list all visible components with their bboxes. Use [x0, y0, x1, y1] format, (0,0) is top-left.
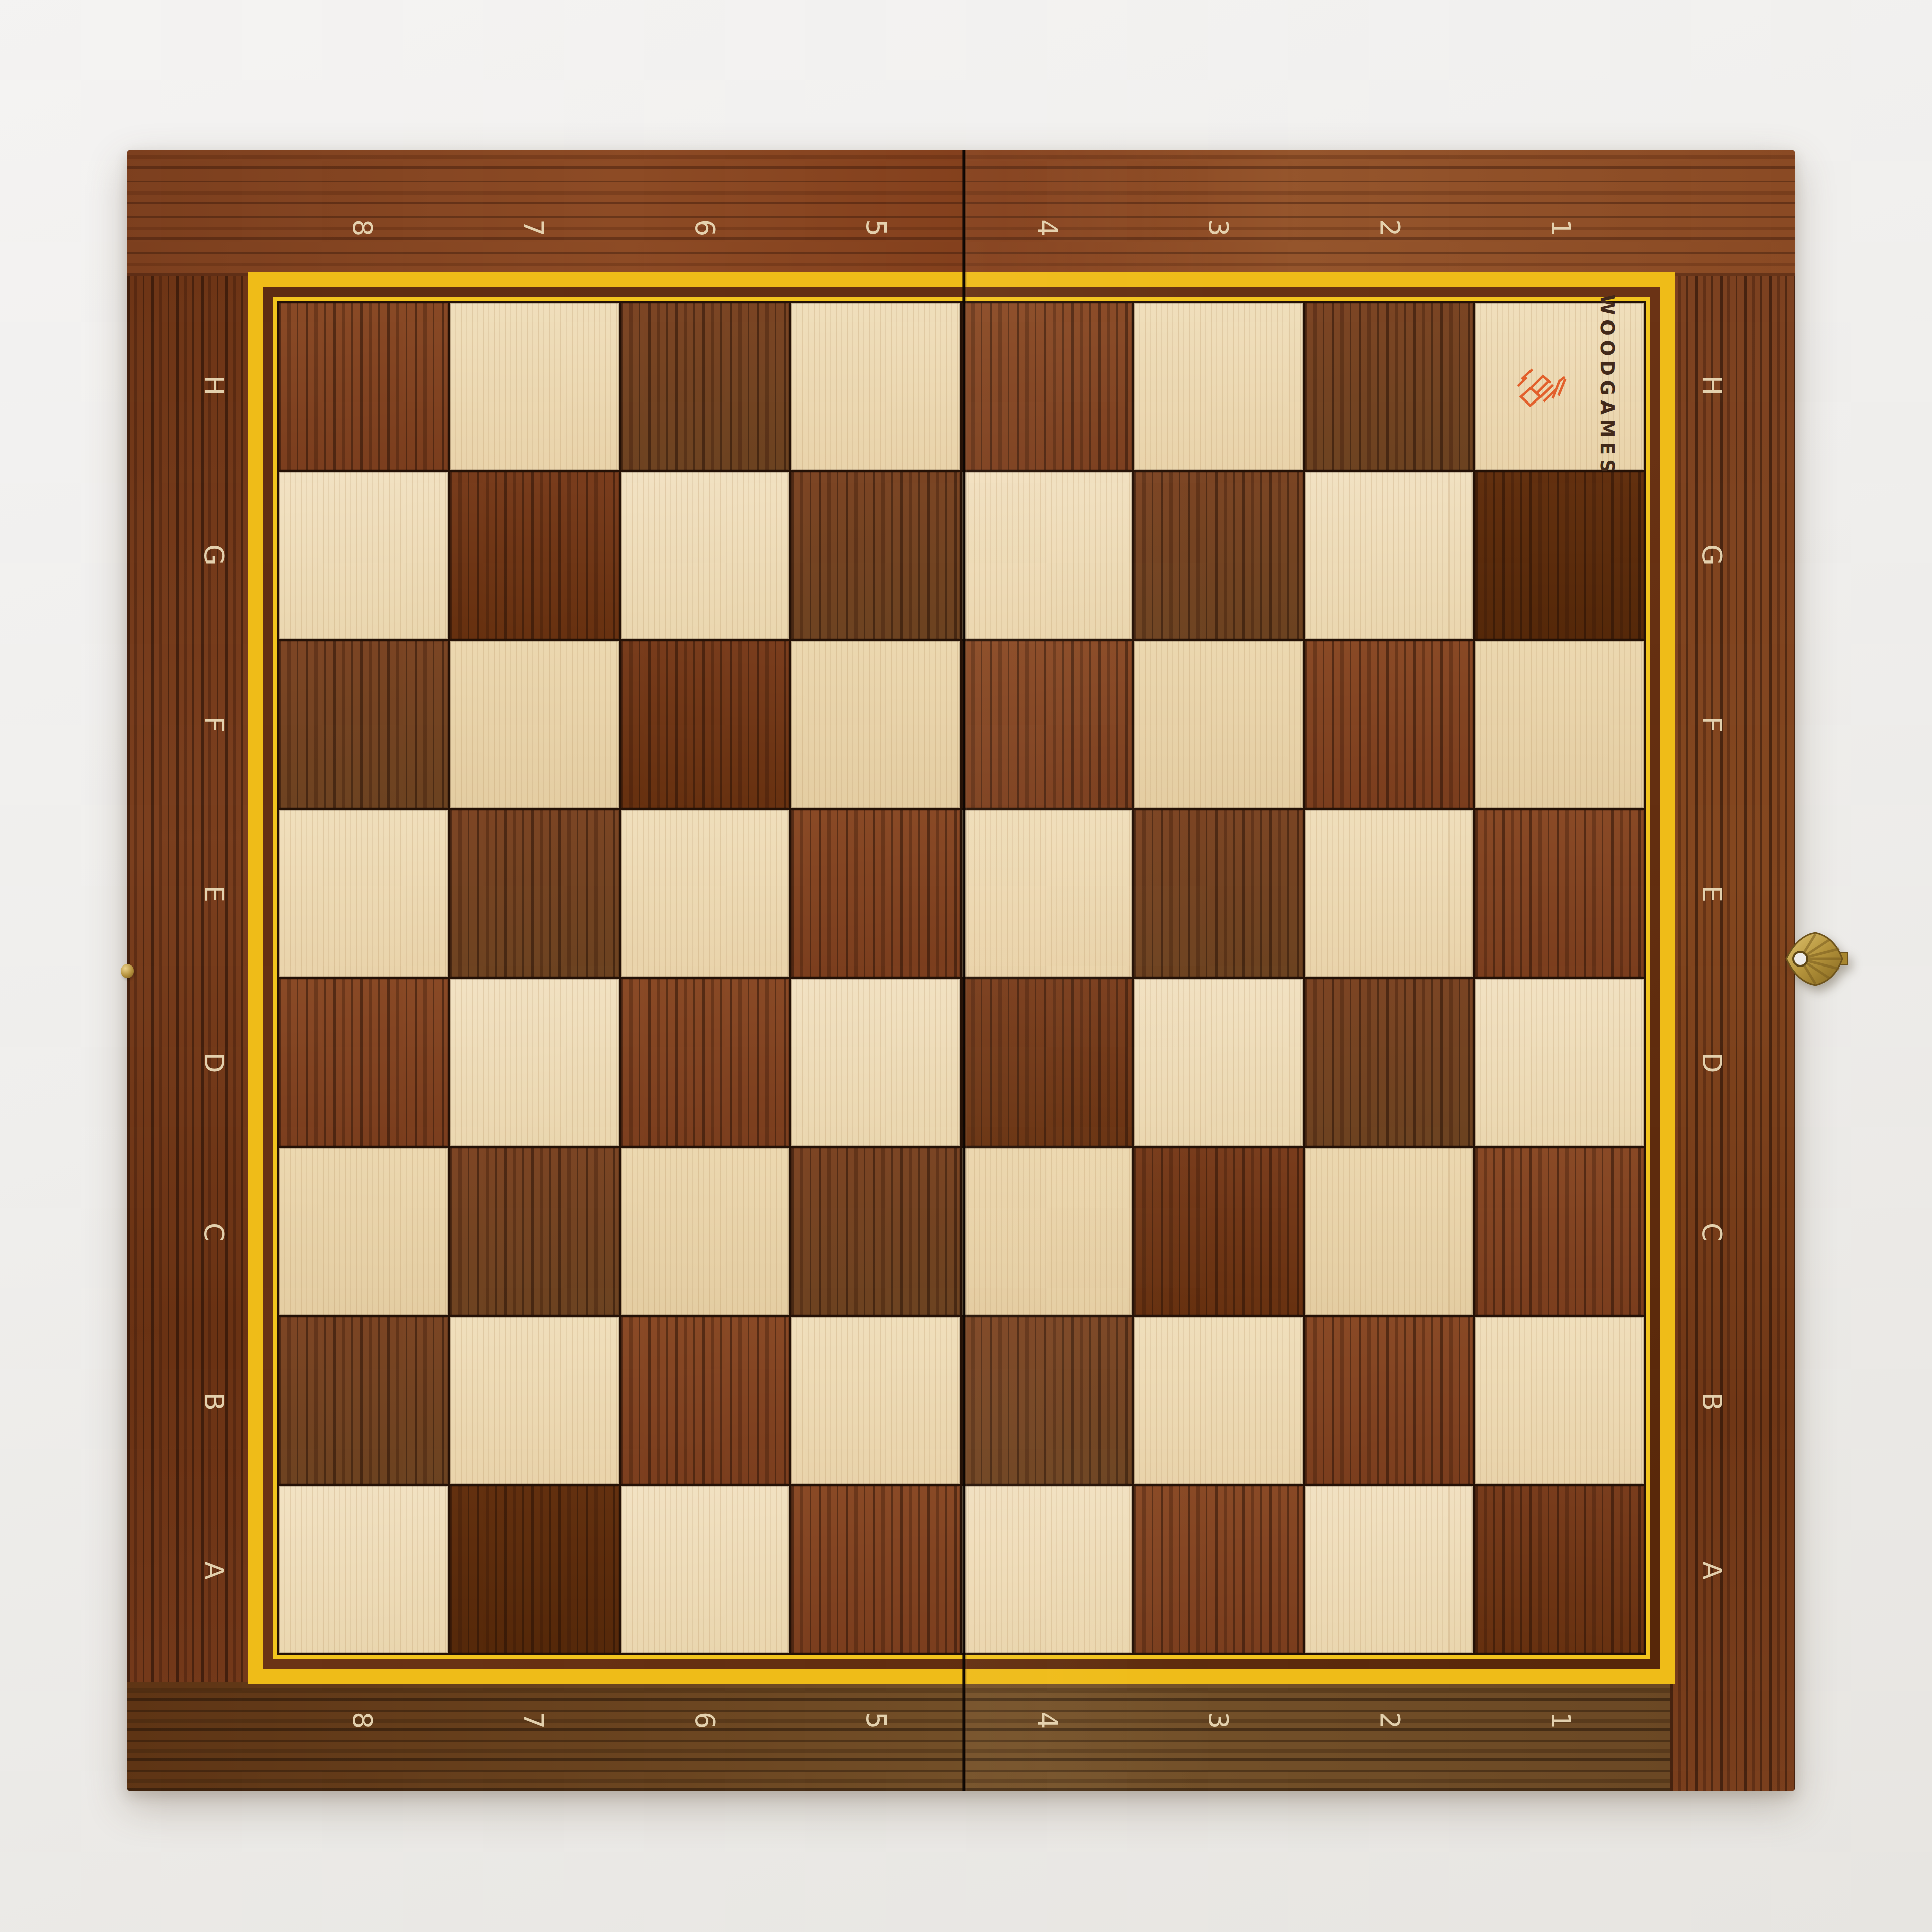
square-b3: [1134, 1317, 1303, 1484]
square-g2: [1305, 472, 1474, 639]
rank-label: 6: [691, 1712, 718, 1729]
rank-label-cell: 1: [1475, 200, 1646, 256]
file-label-cell: A: [186, 1486, 242, 1656]
square-f5: [791, 641, 960, 808]
file-label: H: [200, 375, 227, 396]
file-label: F: [1698, 716, 1725, 732]
rank-label-cell: 2: [1304, 200, 1475, 256]
square-f8: [279, 641, 448, 808]
square-c7: [450, 1148, 619, 1315]
rank-label-cell: 7: [448, 1693, 619, 1748]
square-f4: [962, 641, 1132, 808]
square-a3: [1134, 1486, 1303, 1653]
rank-label: 3: [1204, 219, 1232, 236]
file-label-cell: G: [186, 470, 242, 640]
square-b2: [1305, 1317, 1474, 1484]
file-label: D: [1698, 1052, 1725, 1073]
file-label-cell: D: [1681, 978, 1742, 1148]
file-label-cell: E: [186, 809, 242, 979]
file-label-cell: G: [1681, 470, 1742, 640]
square-h7: [450, 303, 619, 470]
brand-name: WOODGAMES: [1596, 294, 1618, 477]
rank-label: 3: [1204, 1712, 1232, 1729]
square-e3: [1134, 810, 1303, 977]
rank-label-cell: 7: [448, 200, 619, 256]
square-b4: [962, 1317, 1132, 1484]
square-a5: [791, 1486, 960, 1653]
square-d7: [450, 979, 619, 1146]
square-e4: [962, 810, 1132, 977]
square-h2: [1305, 303, 1474, 470]
square-g4: [962, 472, 1132, 639]
file-label-cell: A: [1681, 1486, 1742, 1656]
rank-label-cell: 6: [619, 200, 790, 256]
square-c4: [962, 1148, 1132, 1315]
square-c6: [621, 1148, 790, 1315]
file-label: D: [200, 1052, 227, 1073]
rank-label-cell: 8: [277, 200, 448, 256]
square-e6: [621, 810, 790, 977]
file-label-cell: D: [186, 978, 242, 1148]
rank-label-cell: 3: [1133, 200, 1304, 256]
brand-mark: WOODGAMES: [1475, 302, 1644, 470]
border-thin-yellow: [273, 297, 1650, 1659]
rank-label: 7: [520, 1712, 547, 1729]
square-h6: [621, 303, 790, 470]
square-g3: [1134, 472, 1303, 639]
square-a6: [621, 1486, 790, 1653]
square-g8: [279, 472, 448, 639]
square-a8: [279, 1486, 448, 1653]
file-label-cell: C: [186, 1148, 242, 1317]
file-label: F: [200, 716, 227, 732]
square-b8: [279, 1317, 448, 1484]
rank-label: 4: [1033, 1712, 1061, 1729]
file-label-cell: F: [1681, 639, 1742, 809]
file-label: E: [1698, 885, 1725, 902]
rank-label-cell: 1: [1475, 1693, 1646, 1748]
file-label-cell: C: [1681, 1148, 1742, 1317]
square-g6: [621, 472, 790, 639]
square-h3: [1134, 303, 1303, 470]
file-label-cell: B: [186, 1317, 242, 1486]
file-label: G: [200, 544, 227, 566]
brass-clasp: [1783, 928, 1849, 991]
square-h5: [791, 303, 960, 470]
rank-label: 4: [1033, 219, 1061, 236]
file-label: C: [200, 1223, 227, 1242]
square-b1: [1475, 1317, 1644, 1484]
rank-label-cell: 8: [277, 1693, 448, 1748]
square-f3: [1134, 641, 1303, 808]
file-label: B: [200, 1392, 227, 1411]
rank-label: 1: [1547, 219, 1574, 236]
file-label-cell: E: [1681, 809, 1742, 979]
border-thick-yellow: [248, 272, 1675, 1684]
rank-labels-top: 87654321: [277, 200, 1646, 256]
file-label-cell: H: [186, 301, 242, 470]
rank-label: 2: [1376, 1712, 1403, 1729]
square-a4: [962, 1486, 1132, 1653]
file-label-cell: H: [1681, 301, 1742, 470]
rank-label-cell: 6: [619, 1693, 790, 1748]
rank-label: 8: [349, 219, 376, 236]
square-d2: [1305, 979, 1474, 1146]
file-label: E: [200, 885, 227, 902]
rank-label-cell: 3: [1133, 1693, 1304, 1748]
rank-label-cell: 4: [961, 1693, 1133, 1748]
square-g1: [1475, 472, 1644, 639]
square-e5: [791, 810, 960, 977]
square-a7: [450, 1486, 619, 1653]
square-d3: [1134, 979, 1303, 1146]
woodgames-logo-icon: [1512, 364, 1569, 408]
rank-label: 1: [1547, 1712, 1574, 1729]
square-f2: [1305, 641, 1474, 808]
square-b6: [621, 1317, 790, 1484]
square-e2: [1305, 810, 1474, 977]
file-label: B: [1698, 1392, 1725, 1411]
rank-label: 2: [1376, 219, 1403, 236]
rank-labels-bottom: 87654321: [277, 1693, 1646, 1748]
fold-seam: [962, 150, 967, 1791]
square-c3: [1134, 1148, 1303, 1315]
square-a2: [1305, 1486, 1474, 1653]
file-label: G: [1698, 544, 1725, 566]
rank-label: 6: [691, 219, 718, 236]
file-label: H: [1698, 375, 1725, 396]
square-c2: [1305, 1148, 1474, 1315]
square-d6: [621, 979, 790, 1146]
square-d8: [279, 979, 448, 1146]
square-h8: [279, 303, 448, 470]
square-e8: [279, 810, 448, 977]
board-grid: [277, 301, 1646, 1655]
square-a1: [1475, 1486, 1644, 1653]
rank-label: 8: [349, 1712, 376, 1729]
rank-label-cell: 5: [790, 200, 961, 256]
square-f1: [1475, 641, 1644, 808]
rank-label-cell: 5: [790, 1693, 961, 1748]
square-b7: [450, 1317, 619, 1484]
square-c5: [791, 1148, 960, 1315]
square-g5: [791, 472, 960, 639]
file-label: A: [1698, 1561, 1725, 1580]
square-e1: [1475, 810, 1644, 977]
chess-board: 87654321 87654321 HGFEDCBA HGFEDCBA WOOD…: [127, 150, 1795, 1791]
square-d1: [1475, 979, 1644, 1146]
square-b5: [791, 1317, 960, 1484]
square-f7: [450, 641, 619, 808]
square-d5: [791, 979, 960, 1146]
square-c8: [279, 1148, 448, 1315]
square-h4: [962, 303, 1132, 470]
file-labels-right: HGFEDCBA: [1681, 301, 1742, 1655]
square-g7: [450, 472, 619, 639]
rank-label-cell: 4: [961, 200, 1133, 256]
brass-pin: [121, 964, 134, 978]
rank-label-cell: 2: [1304, 1693, 1475, 1748]
square-e7: [450, 810, 619, 977]
square-f6: [621, 641, 790, 808]
rank-label: 7: [520, 219, 547, 236]
file-labels-left: HGFEDCBA: [186, 301, 242, 1655]
square-c1: [1475, 1148, 1644, 1315]
file-label-cell: B: [1681, 1317, 1742, 1486]
rank-label: 5: [862, 219, 890, 236]
file-label: C: [1698, 1223, 1725, 1242]
square-d4: [962, 979, 1132, 1146]
file-label-cell: F: [186, 639, 242, 809]
file-label: A: [200, 1561, 227, 1580]
rank-label: 5: [862, 1712, 890, 1729]
